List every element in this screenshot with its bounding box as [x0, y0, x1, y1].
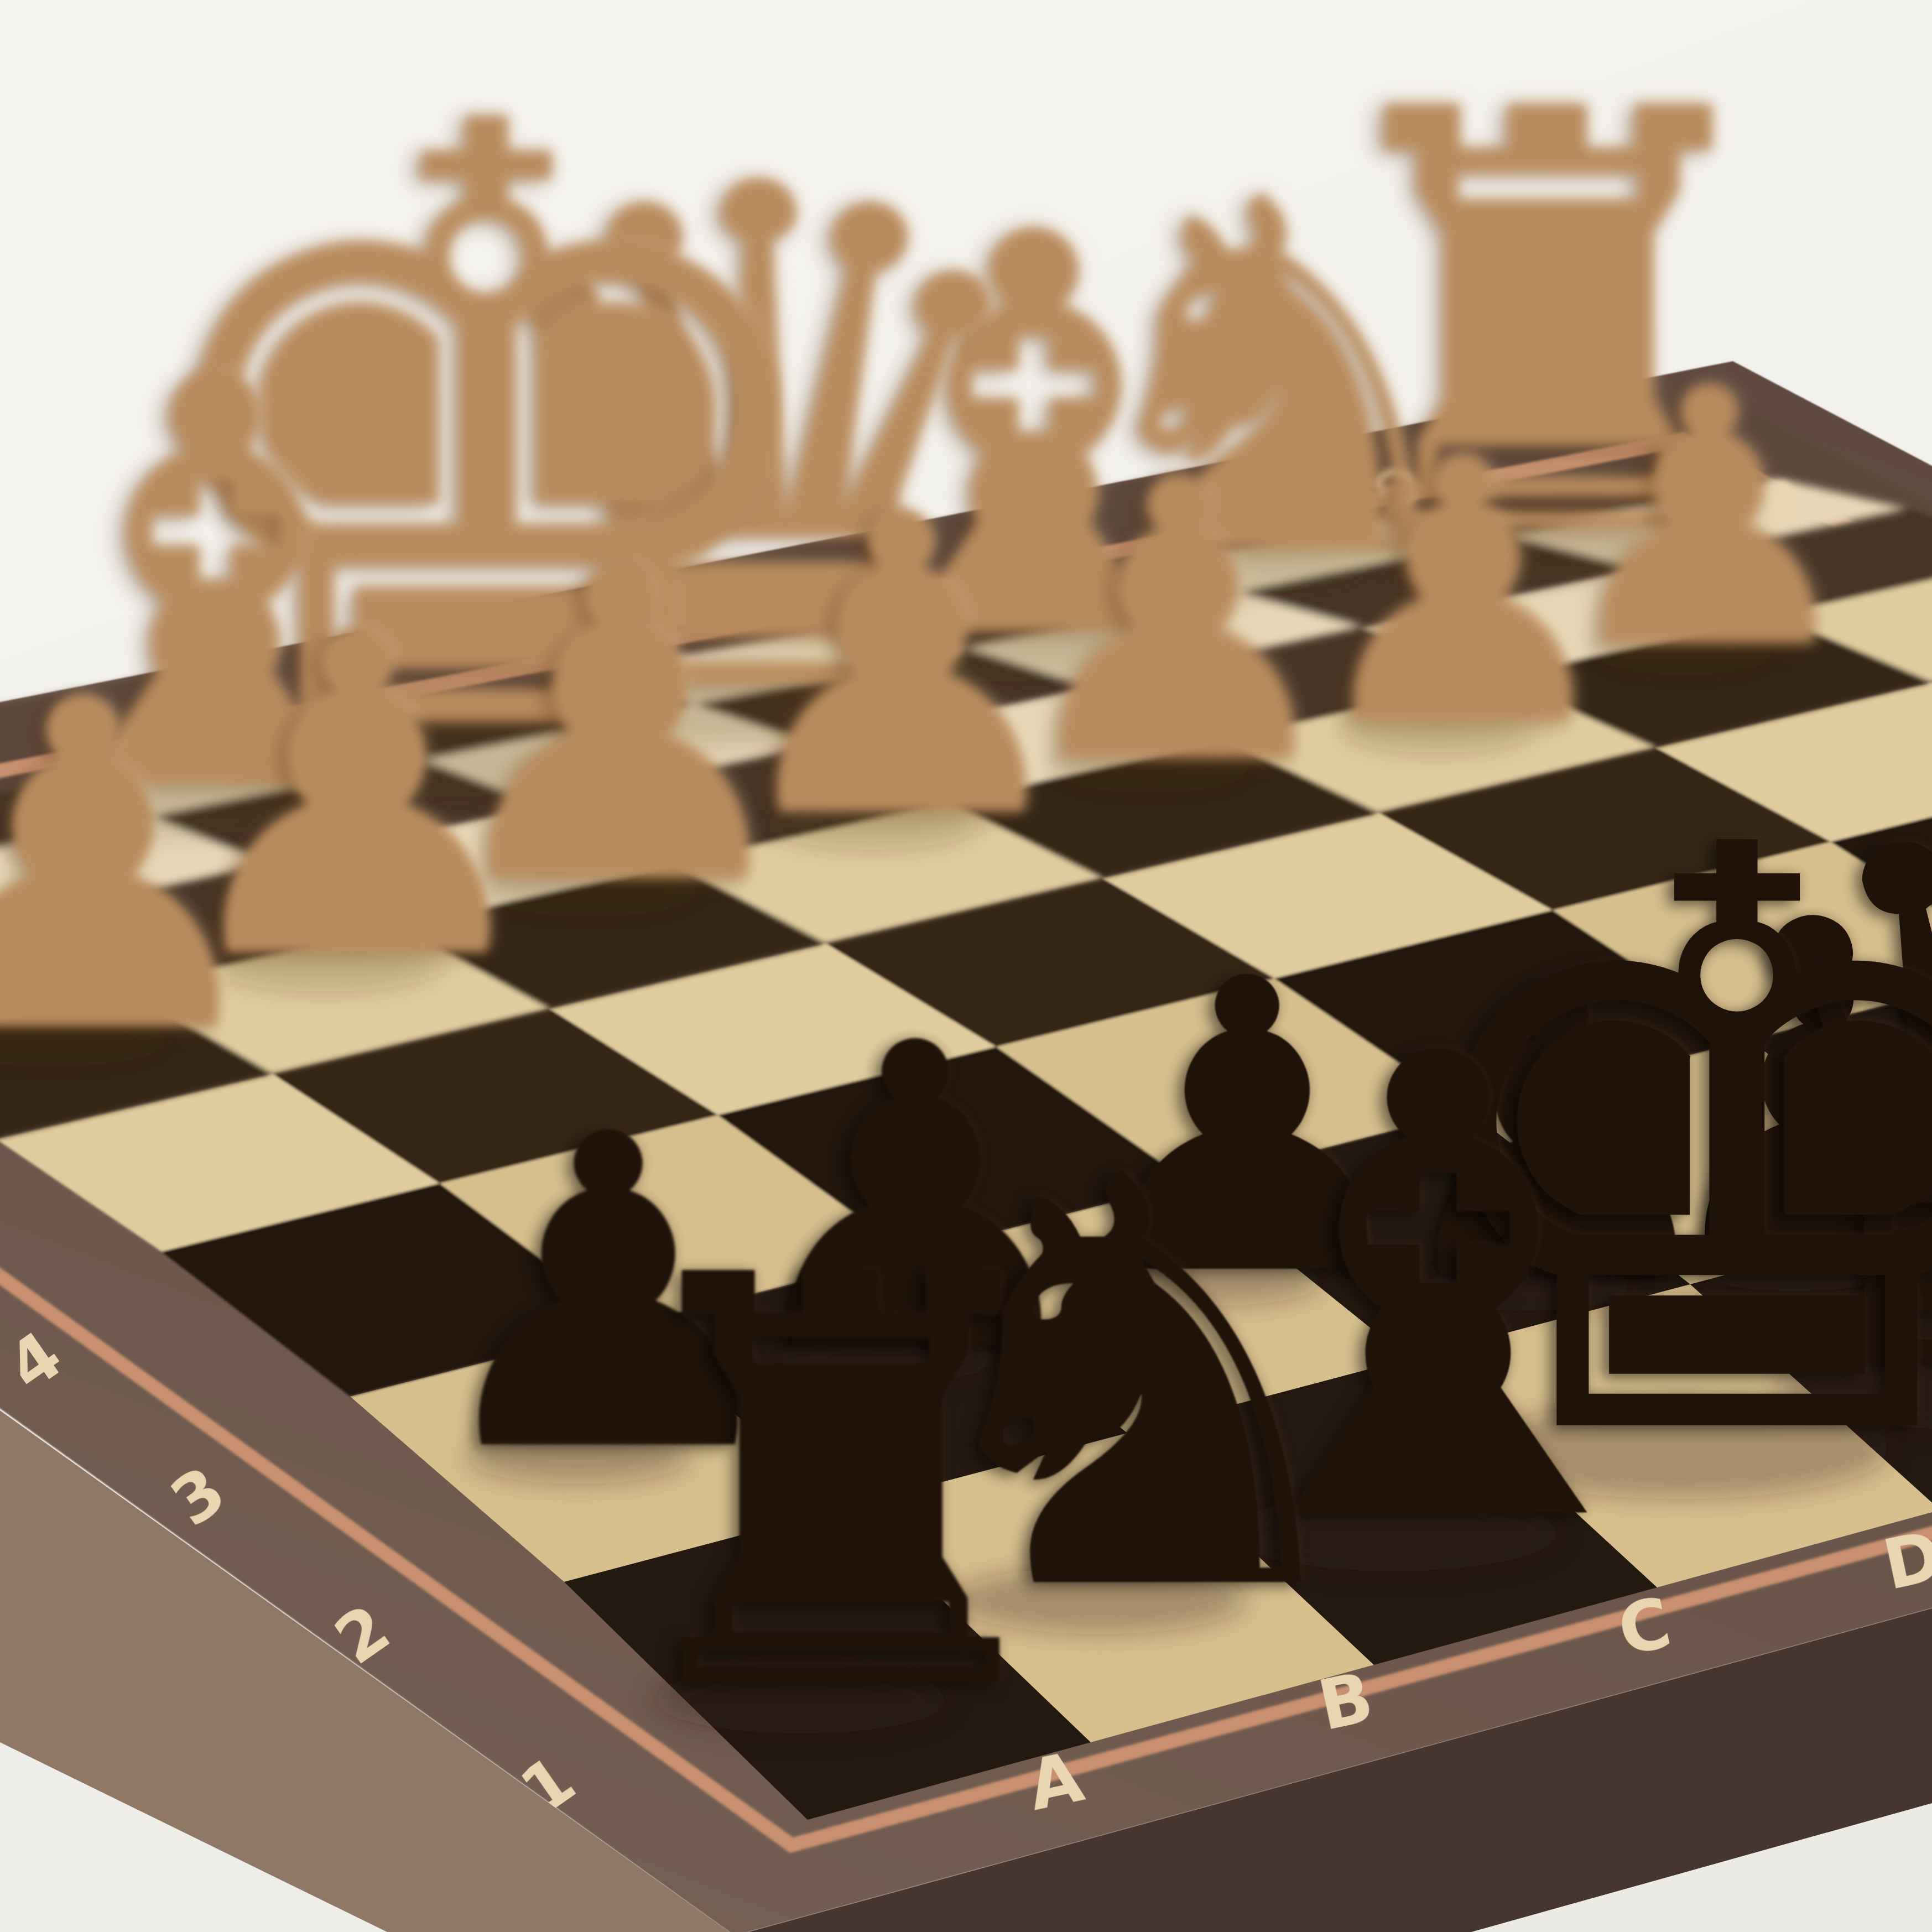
chess-board: 4321ABCDG8	[0, 0, 1932, 1932]
piece-shadow-b2	[777, 1333, 995, 1383]
piece-shadow-d2	[1425, 1263, 1632, 1310]
piece-shadow-e2	[1693, 1244, 1897, 1291]
piece-shadow-a1	[654, 1666, 947, 1733]
piece-shadow-d7	[477, 865, 702, 917]
piece-shadow-f7	[1050, 747, 1252, 793]
piece-shadow-c1	[1228, 1494, 1559, 1571]
piece-shadow-h7	[1592, 633, 1777, 675]
piece-shadow-c2	[1114, 1257, 1324, 1305]
piece-shadow-h8	[1357, 511, 1659, 581]
chessboard-photo-scene: 4321ABCDG8 ♜♞♝♟♛♟♚♟♝♟♟♟♟♟♟♟♟♛♚♟♝♞♜	[0, 0, 1932, 1932]
piece-shadow-e8	[530, 664, 889, 747]
piece-shadow-d1	[1472, 1403, 1889, 1499]
piece-shadow-c7	[211, 939, 441, 992]
piece-shadow-a2	[466, 1432, 691, 1484]
piece-shadow-g8	[1117, 535, 1371, 593]
piece-shadow-g7	[1342, 709, 1532, 753]
piece-shadow-e7	[765, 800, 981, 850]
piece-shadow-f8	[852, 616, 1139, 682]
piece-shadow-b1	[953, 1566, 1246, 1634]
